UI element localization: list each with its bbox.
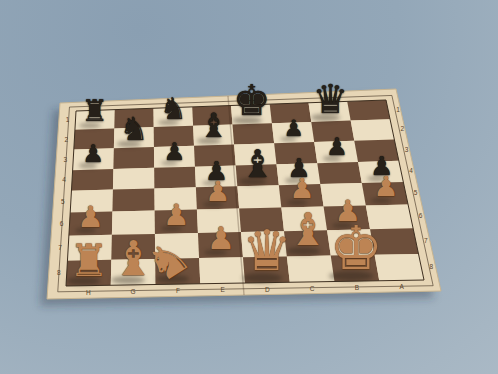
file-label-G: G xyxy=(131,288,136,295)
square-g4[interactable] xyxy=(113,168,154,190)
piece-light-pawn-f6[interactable]: ♟ xyxy=(163,200,190,230)
square-a2[interactable] xyxy=(351,119,395,141)
square-h4[interactable] xyxy=(71,169,113,191)
piece-light-king-b8[interactable]: ♚ xyxy=(329,218,383,278)
file-label-E: E xyxy=(220,286,225,293)
rank-label-left-3: 3 xyxy=(63,156,67,163)
piece-dark-queen-b1[interactable]: ♛ xyxy=(312,79,348,119)
rank-label-left-7: 7 xyxy=(58,244,62,251)
rank-label-left-1: 1 xyxy=(66,116,70,123)
rank-label-right-6: 6 xyxy=(419,212,423,219)
chessboard: HGFEDCBA1234567812345678 xyxy=(0,0,498,374)
file-label-D: D xyxy=(265,286,270,293)
file-label-B: B xyxy=(355,284,359,291)
file-label-C: C xyxy=(310,285,315,292)
square-c8[interactable] xyxy=(287,256,335,283)
square-g5[interactable] xyxy=(112,188,154,211)
piece-light-queen-d8[interactable]: ♛ xyxy=(242,224,292,280)
rank-label-left-5: 5 xyxy=(61,198,65,205)
piece-light-pawn-e7[interactable]: ♟ xyxy=(207,223,235,254)
piece-light-bishop-c7[interactable]: ♝ xyxy=(288,207,329,253)
piece-dark-bishop-e2[interactable]: ♝ xyxy=(199,109,229,142)
piece-light-pawn-e5[interactable]: ♟ xyxy=(205,178,230,206)
square-b4[interactable] xyxy=(317,162,362,184)
piece-dark-pawn-c2[interactable]: ♟ xyxy=(283,117,303,140)
rank-label-right-5: 5 xyxy=(414,189,418,196)
square-g3[interactable] xyxy=(113,147,154,169)
piece-dark-pawn-f3[interactable]: ♟ xyxy=(163,140,185,164)
rank-label-right-7: 7 xyxy=(424,237,428,244)
piece-dark-rook-h1[interactable]: ♜ xyxy=(81,97,108,127)
file-label-H: H xyxy=(86,289,91,296)
rank-label-left-8: 8 xyxy=(57,269,61,276)
photo-scene: HGFEDCBA1234567812345678 ♜♞♚♛♞♝♟♟♟♟♟♟♝♟♟… xyxy=(0,0,498,374)
piece-dark-pawn-b3[interactable]: ♟ xyxy=(326,135,348,159)
piece-dark-knight-g2[interactable]: ♞ xyxy=(119,113,148,145)
piece-light-pawn-h6[interactable]: ♟ xyxy=(77,202,104,232)
rank-label-left-2: 2 xyxy=(65,136,69,143)
rank-label-right-4: 4 xyxy=(409,167,413,174)
square-f4[interactable] xyxy=(154,167,196,189)
piece-dark-king-d1[interactable]: ♚ xyxy=(233,80,271,122)
rank-label-right-8: 8 xyxy=(429,263,433,270)
rank-label-right-3: 3 xyxy=(405,146,409,153)
square-e8[interactable] xyxy=(199,257,245,283)
square-a1[interactable] xyxy=(347,100,390,121)
piece-light-pawn-c5[interactable]: ♟ xyxy=(289,176,314,204)
rank-label-left-6: 6 xyxy=(60,220,64,227)
file-label-A: A xyxy=(399,283,404,290)
rank-label-right-1: 1 xyxy=(396,106,400,113)
rank-label-right-2: 2 xyxy=(400,125,404,132)
piece-dark-knight-f1[interactable]: ♞ xyxy=(160,94,187,124)
rank-label-left-4: 4 xyxy=(62,176,66,183)
piece-dark-pawn-h3[interactable]: ♟ xyxy=(82,142,104,166)
piece-light-pawn-a5[interactable]: ♟ xyxy=(374,174,399,202)
piece-dark-bishop-d4[interactable]: ♝ xyxy=(241,145,275,183)
square-d5[interactable] xyxy=(237,185,281,208)
piece-light-bishop-g8[interactable]: ♝ xyxy=(112,234,155,282)
piece-light-rook-h8[interactable]: ♜ xyxy=(68,237,108,282)
file-label-F: F xyxy=(176,287,180,294)
